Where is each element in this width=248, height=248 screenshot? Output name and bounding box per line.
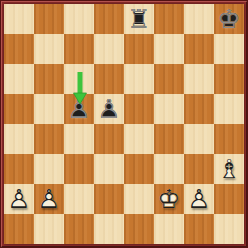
square-g4[interactable] [184,124,214,154]
square-b7[interactable] [34,34,64,64]
square-g7[interactable] [184,34,214,64]
piece-white-pawn[interactable]: ♟♙ [4,184,34,214]
square-b2[interactable]: ♟♙ [34,184,64,214]
white-pawn-glyph: ♟ [4,184,34,214]
square-d1[interactable] [94,214,124,244]
square-c1[interactable] [64,214,94,244]
square-h2[interactable] [214,184,244,214]
square-g1[interactable] [184,214,214,244]
white-pawn-glyph: ♟ [34,184,64,214]
piece-white-pawn[interactable]: ♟♙ [184,184,214,214]
black-pawn-glyph: ♟ [94,94,124,124]
piece-white-king[interactable]: ♚♔ [154,184,184,214]
square-e6[interactable] [124,64,154,94]
black-pawn-glyph: ♟ [64,94,94,124]
square-f1[interactable] [154,214,184,244]
square-f4[interactable] [154,124,184,154]
square-c4[interactable] [64,124,94,154]
square-b5[interactable] [34,94,64,124]
square-a4[interactable] [4,124,34,154]
white-king-outline: ♔ [154,184,184,214]
piece-black-pawn[interactable]: ♟♙ [94,94,124,124]
square-e4[interactable] [124,124,154,154]
square-d8[interactable] [94,4,124,34]
white-king-glyph: ♚ [154,184,184,214]
square-f8[interactable] [154,4,184,34]
white-pawn-outline: ♙ [34,184,64,214]
square-h5[interactable] [214,94,244,124]
square-h6[interactable] [214,64,244,94]
square-c7[interactable] [64,34,94,64]
square-c5[interactable]: ♟♙ [64,94,94,124]
square-c8[interactable] [64,4,94,34]
square-b3[interactable] [34,154,64,184]
square-g5[interactable] [184,94,214,124]
square-f2[interactable]: ♚♔ [154,184,184,214]
piece-black-king[interactable]: ♚♔ [214,4,244,34]
square-a5[interactable] [4,94,34,124]
square-a8[interactable] [4,4,34,34]
square-e7[interactable] [124,34,154,64]
square-h4[interactable] [214,124,244,154]
board-frame: ♜♖♚♔♟♙♟♙♝♗♟♙♟♙♚♔♟♙ [0,0,248,248]
square-b6[interactable] [34,64,64,94]
square-e5[interactable] [124,94,154,124]
square-c2[interactable] [64,184,94,214]
black-king-glyph: ♚ [214,4,244,34]
square-a2[interactable]: ♟♙ [4,184,34,214]
piece-white-bishop[interactable]: ♝♗ [214,154,244,184]
square-b1[interactable] [34,214,64,244]
white-pawn-glyph: ♟ [184,184,214,214]
square-d6[interactable] [94,64,124,94]
square-a7[interactable] [4,34,34,64]
square-c6[interactable] [64,64,94,94]
square-a3[interactable] [4,154,34,184]
square-h8[interactable]: ♚♔ [214,4,244,34]
white-bishop-outline: ♗ [214,154,244,184]
square-d4[interactable] [94,124,124,154]
square-b4[interactable] [34,124,64,154]
square-d2[interactable] [94,184,124,214]
square-f6[interactable] [154,64,184,94]
black-pawn-outline: ♙ [94,94,124,124]
square-b8[interactable] [34,4,64,34]
black-pawn-outline: ♙ [64,94,94,124]
black-rook-outline: ♖ [124,4,154,34]
square-e8[interactable]: ♜♖ [124,4,154,34]
square-d3[interactable] [94,154,124,184]
piece-black-rook[interactable]: ♜♖ [124,4,154,34]
square-a1[interactable] [4,214,34,244]
square-g2[interactable]: ♟♙ [184,184,214,214]
white-pawn-outline: ♙ [184,184,214,214]
square-h7[interactable] [214,34,244,64]
white-bishop-glyph: ♝ [214,154,244,184]
square-g8[interactable] [184,4,214,34]
square-h1[interactable] [214,214,244,244]
piece-black-pawn[interactable]: ♟♙ [64,94,94,124]
square-d7[interactable] [94,34,124,64]
square-a6[interactable] [4,64,34,94]
square-e3[interactable] [124,154,154,184]
square-f5[interactable] [154,94,184,124]
black-rook-glyph: ♜ [124,4,154,34]
square-h3[interactable]: ♝♗ [214,154,244,184]
square-d5[interactable]: ♟♙ [94,94,124,124]
chess-board: ♜♖♚♔♟♙♟♙♝♗♟♙♟♙♚♔♟♙ [4,4,244,244]
black-king-outline: ♔ [214,4,244,34]
square-f7[interactable] [154,34,184,64]
white-pawn-outline: ♙ [4,184,34,214]
piece-white-pawn[interactable]: ♟♙ [34,184,64,214]
square-e2[interactable] [124,184,154,214]
square-g3[interactable] [184,154,214,184]
square-f3[interactable] [154,154,184,184]
square-c3[interactable] [64,154,94,184]
square-e1[interactable] [124,214,154,244]
square-g6[interactable] [184,64,214,94]
